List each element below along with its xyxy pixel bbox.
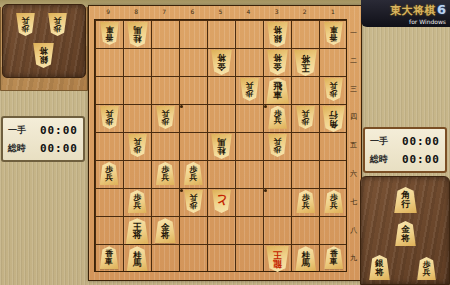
piece-sente-76[interactable]: 歩兵: [156, 162, 175, 185]
piece-sente-27[interactable]: 歩兵: [296, 190, 315, 213]
piece-sente-19[interactable]: 香車: [324, 246, 343, 269]
hoshi-dot: [264, 105, 267, 108]
piece-kanji: 行: [401, 200, 410, 209]
piece-kanji: 車: [105, 258, 113, 266]
move-time-row: 一手 00:00: [8, 124, 78, 137]
piece-sente-33[interactable]: 飛車: [266, 78, 289, 104]
piece-gote-hand-2[interactable]: 銀将: [33, 43, 54, 68]
piece-sente-hand-1[interactable]: 金将: [395, 221, 416, 246]
piece-sente-88[interactable]: 王将: [126, 218, 149, 244]
cell-9-5[interactable]: [95, 132, 123, 160]
piece-sente-99[interactable]: 香車: [100, 246, 119, 269]
cell-6-4[interactable]: [179, 104, 207, 132]
piece-kanji: 兵: [274, 117, 282, 125]
sente-clock-panel: 一手 00:00 総時 00:00: [363, 127, 447, 173]
move-time-value: 00:00: [402, 135, 440, 148]
piece-kanji: 桂: [133, 34, 142, 42]
cell-4-1[interactable]: [236, 20, 264, 48]
piece-gote-hand-0[interactable]: 歩兵: [16, 13, 35, 36]
file-label-2: 2: [291, 7, 319, 17]
piece-kanji: 兵: [105, 174, 113, 182]
piece-kanji: 桂: [217, 146, 226, 154]
cell-9-7[interactable]: [95, 189, 123, 217]
piece-kanji: 兵: [105, 110, 113, 118]
piece-kanji: 将: [273, 26, 282, 34]
piece-kanji: 角: [329, 119, 338, 128]
piece-kanji: 兵: [330, 82, 338, 90]
piece-kanji: 香: [105, 33, 113, 41]
piece-gote-52[interactable]: 金将: [211, 50, 232, 75]
cell-6-9[interactable]: [179, 245, 207, 273]
piece-kanji: 馬: [217, 138, 226, 146]
piece-kanji: 金: [217, 62, 226, 70]
piece-kanji: 歩: [330, 89, 338, 97]
cell-2-3[interactable]: [292, 76, 320, 104]
app-logo: 東大将棋 6 for Windows: [361, 0, 450, 27]
cell-2-8[interactable]: [292, 217, 320, 245]
piece-kanji: 車: [105, 25, 113, 33]
gote-hand-tray: 歩兵歩兵銀将: [2, 4, 86, 78]
cell-5-6[interactable]: [207, 161, 235, 189]
piece-kanji: 歩: [161, 117, 169, 125]
piece-sente-29[interactable]: 桂馬: [295, 246, 316, 271]
piece-kanji: 兵: [161, 174, 169, 182]
cell-7-3[interactable]: [151, 76, 179, 104]
move-time-label: 一手: [8, 124, 26, 137]
total-time-label: 総時: [370, 153, 388, 166]
piece-kanji: 将: [273, 54, 282, 62]
piece-kanji: 王: [273, 251, 282, 260]
piece-kanji: 馬: [133, 26, 142, 34]
app-logo-version: 6: [437, 2, 446, 17]
piece-kanji: 将: [39, 47, 48, 55]
rank-label-9: 九: [348, 244, 359, 272]
total-time-row: 総時 00:00: [370, 153, 440, 166]
move-time-value: 00:00: [40, 124, 78, 137]
piece-kanji: と: [215, 196, 227, 208]
rank-label-2: 二: [348, 47, 359, 75]
shogi-board: 987654321 一二三四五六七八九 香車桂馬銀将香車金将金将玉将歩兵飛車歩兵…: [88, 5, 362, 281]
cell-1-6[interactable]: [320, 161, 348, 189]
gote-clock-panel: 一手 00:00 総時 00:00: [1, 116, 85, 162]
cell-5-9[interactable]: [207, 245, 235, 273]
total-time-value: 00:00: [40, 142, 78, 155]
piece-sente-78[interactable]: 金将: [155, 218, 176, 243]
cell-2-1[interactable]: [292, 20, 320, 48]
rank-label-3: 三: [348, 75, 359, 103]
piece-kanji: 歩: [22, 25, 30, 33]
hoshi-dot: [180, 105, 183, 108]
cell-3-7[interactable]: [264, 189, 292, 217]
cell-4-2[interactable]: [236, 48, 264, 76]
cell-1-8[interactable]: [320, 217, 348, 245]
app-logo-subtitle: for Windows: [409, 18, 446, 25]
rank-label-1: 一: [348, 19, 359, 47]
cell-6-5[interactable]: [179, 132, 207, 160]
cell-4-4[interactable]: [236, 104, 264, 132]
piece-sente-89[interactable]: 桂馬: [127, 246, 148, 271]
piece-kanji: 将: [133, 231, 142, 240]
cell-5-1[interactable]: [207, 20, 235, 48]
hoshi-dot: [180, 189, 183, 192]
cell-4-8[interactable]: [236, 217, 264, 245]
cell-2-6[interactable]: [292, 161, 320, 189]
piece-sente-hand-0[interactable]: 角行: [394, 187, 417, 213]
piece-kanji: 兵: [330, 202, 338, 210]
file-coordinate-labels: 987654321: [94, 7, 347, 17]
hoshi-dot: [264, 189, 267, 192]
piece-sente-34[interactable]: 歩兵: [268, 106, 287, 129]
piece-sente-87[interactable]: 歩兵: [128, 190, 147, 213]
total-time-row: 総時 00:00: [8, 142, 78, 155]
piece-sente-hand-2[interactable]: 銀将: [369, 255, 390, 280]
cell-4-6[interactable]: [236, 161, 264, 189]
piece-sente-66[interactable]: 歩兵: [184, 162, 203, 185]
piece-kanji: 行: [329, 110, 338, 119]
cell-3-8[interactable]: [264, 217, 292, 245]
piece-kanji: 車: [330, 25, 338, 33]
piece-gote-hand-1[interactable]: 歩兵: [48, 13, 67, 36]
piece-sente-hand-3[interactable]: 歩兵: [417, 257, 436, 280]
piece-kanji: 歩: [246, 89, 254, 97]
piece-kanji: 歩: [274, 145, 282, 153]
file-label-4: 4: [234, 7, 262, 17]
cell-6-2[interactable]: [179, 48, 207, 76]
piece-kanji: 兵: [189, 194, 197, 202]
move-time-label: 一手: [370, 135, 388, 148]
piece-kanji: 龍: [273, 259, 282, 268]
app-logo-title-line: 東大将棋 6: [390, 2, 446, 18]
cell-7-1[interactable]: [151, 20, 179, 48]
piece-sente-96[interactable]: 歩兵: [100, 162, 119, 185]
cell-7-2[interactable]: [151, 48, 179, 76]
piece-kanji: 兵: [54, 17, 62, 25]
cell-1-2[interactable]: [320, 48, 348, 76]
piece-kanji: 歩: [189, 202, 197, 210]
rank-label-7: 七: [348, 188, 359, 216]
rank-label-6: 六: [348, 159, 359, 187]
piece-kanji: 兵: [133, 202, 141, 210]
cell-1-5[interactable]: [320, 132, 348, 160]
cell-5-8[interactable]: [207, 217, 235, 245]
cell-5-4[interactable]: [207, 104, 235, 132]
file-label-6: 6: [178, 7, 206, 17]
file-label-9: 9: [94, 7, 122, 17]
piece-kanji: 将: [301, 54, 310, 63]
piece-kanji: 兵: [133, 138, 141, 146]
app-logo-title: 東大将棋: [390, 3, 436, 18]
file-label-7: 7: [150, 7, 178, 17]
rank-label-4: 四: [348, 103, 359, 131]
piece-kanji: 銀: [273, 34, 282, 42]
cell-8-4[interactable]: [123, 104, 151, 132]
file-label-3: 3: [263, 7, 291, 17]
piece-kanji: 兵: [302, 110, 310, 118]
piece-kanji: 兵: [274, 138, 282, 146]
cell-9-8[interactable]: [95, 217, 123, 245]
sente-hand-tray: 角行金将銀将歩兵: [360, 176, 450, 285]
cell-8-6[interactable]: [123, 161, 151, 189]
cell-4-7[interactable]: [236, 189, 264, 217]
cell-9-2[interactable]: [95, 48, 123, 76]
board-grid: 香車桂馬銀将香車金将金将玉将歩兵飛車歩兵歩兵歩兵歩兵歩兵角行歩兵桂馬歩兵歩兵歩兵…: [94, 19, 347, 272]
piece-kanji: 銀: [39, 56, 48, 64]
piece-kanji: 兵: [302, 202, 310, 210]
piece-kanji: 歩: [302, 117, 310, 125]
piece-kanji: 兵: [161, 110, 169, 118]
cell-7-7[interactable]: [151, 189, 179, 217]
cell-4-9[interactable]: [236, 245, 264, 273]
piece-kanji: 車: [330, 258, 338, 266]
cell-6-8[interactable]: [179, 217, 207, 245]
cell-2-5[interactable]: [292, 132, 320, 160]
piece-kanji: 歩: [54, 25, 62, 33]
rank-coordinate-labels: 一二三四五六七八九: [348, 19, 359, 272]
piece-kanji: 香: [330, 33, 338, 41]
rank-label-8: 八: [348, 216, 359, 244]
move-time-row: 一手 00:00: [370, 135, 440, 148]
file-label-8: 8: [122, 7, 150, 17]
cell-5-3[interactable]: [207, 76, 235, 104]
piece-kanji: 将: [401, 234, 410, 242]
piece-kanji: 将: [217, 54, 226, 62]
piece-kanji: 兵: [22, 17, 30, 25]
piece-kanji: 兵: [423, 269, 431, 277]
cell-6-3[interactable]: [179, 76, 207, 104]
cell-3-6[interactable]: [264, 161, 292, 189]
piece-kanji: 馬: [302, 259, 311, 267]
rank-label-5: 五: [348, 131, 359, 159]
file-label-5: 5: [206, 7, 234, 17]
piece-kanji: 将: [375, 268, 384, 276]
cell-6-1[interactable]: [179, 20, 207, 48]
cell-4-5[interactable]: [236, 132, 264, 160]
piece-kanji: 車: [273, 91, 282, 100]
piece-kanji: 金: [273, 62, 282, 70]
file-label-1: 1: [319, 7, 347, 17]
total-time-label: 総時: [8, 142, 26, 155]
total-time-value: 00:00: [402, 153, 440, 166]
piece-gote-43[interactable]: 歩兵: [240, 78, 259, 101]
piece-kanji: 兵: [246, 82, 254, 90]
cell-8-2[interactable]: [123, 48, 151, 76]
piece-kanji: 将: [161, 231, 170, 239]
piece-kanji: 歩: [133, 145, 141, 153]
cell-7-5[interactable]: [151, 132, 179, 160]
piece-kanji: 兵: [189, 174, 197, 182]
piece-kanji: 歩: [105, 117, 113, 125]
cell-9-3[interactable]: [95, 76, 123, 104]
cell-8-3[interactable]: [123, 76, 151, 104]
piece-kanji: 馬: [133, 259, 142, 267]
cell-7-9[interactable]: [151, 245, 179, 273]
piece-sente-17[interactable]: 歩兵: [324, 190, 343, 213]
